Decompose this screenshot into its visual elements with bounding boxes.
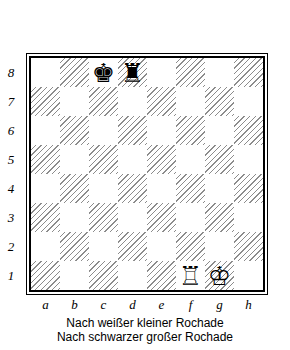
square-a3[interactable] [31,203,60,232]
square-h4[interactable] [234,174,263,203]
square-d8[interactable]: ♜ [118,58,147,87]
square-f7[interactable] [176,87,205,116]
square-b8[interactable] [60,58,89,87]
square-f6[interactable] [176,116,205,145]
board-border: ♚♜♖♔ [26,53,268,295]
square-d5[interactable] [118,145,147,174]
square-f1[interactable]: ♖ [176,261,205,290]
square-b6[interactable] [60,116,89,145]
square-c3[interactable] [89,203,118,232]
file-labels: abcdefgh [31,298,263,312]
square-d3[interactable] [118,203,147,232]
rank-label-5: 5 [0,145,22,174]
square-f8[interactable] [176,58,205,87]
square-b3[interactable] [60,203,89,232]
square-g1[interactable]: ♔ [205,261,234,290]
square-g7[interactable] [205,87,234,116]
square-a4[interactable] [31,174,60,203]
square-c8[interactable]: ♚ [89,58,118,87]
square-a1[interactable] [31,261,60,290]
file-label-f: f [176,298,205,312]
square-e4[interactable] [147,174,176,203]
square-f3[interactable] [176,203,205,232]
square-h1[interactable] [234,261,263,290]
square-e7[interactable] [147,87,176,116]
rank-label-3: 3 [0,203,22,232]
square-c2[interactable] [89,232,118,261]
square-f2[interactable] [176,232,205,261]
square-g6[interactable] [205,116,234,145]
caption-line-2: Nach schwarzer großer Rochade [0,330,290,344]
square-c5[interactable] [89,145,118,174]
file-label-c: c [89,298,118,312]
square-d4[interactable] [118,174,147,203]
file-label-b: b [60,298,89,312]
square-e8[interactable] [147,58,176,87]
black-rook-d8[interactable]: ♜ [118,58,147,87]
square-g5[interactable] [205,145,234,174]
square-a7[interactable] [31,87,60,116]
square-b2[interactable] [60,232,89,261]
square-b5[interactable] [60,145,89,174]
square-c6[interactable] [89,116,118,145]
square-d6[interactable] [118,116,147,145]
square-h3[interactable] [234,203,263,232]
square-h6[interactable] [234,116,263,145]
square-a6[interactable] [31,116,60,145]
white-king-g1[interactable]: ♔ [205,261,234,290]
square-d7[interactable] [118,87,147,116]
white-rook-f1[interactable]: ♖ [176,261,205,290]
rank-labels: 87654321 [0,58,22,290]
caption: Nach weißer kleiner Rochade Nach schwarz… [0,316,290,344]
board-grid: ♚♜♖♔ [31,58,263,290]
caption-line-1: Nach weißer kleiner Rochade [0,316,290,330]
rank-label-8: 8 [0,58,22,87]
square-f5[interactable] [176,145,205,174]
rank-label-1: 1 [0,261,22,290]
square-a8[interactable] [31,58,60,87]
chess-diagram-page: 87654321 ♚♜♖♔ abcdefgh Nach weißer klein… [0,0,290,350]
square-e6[interactable] [147,116,176,145]
square-d1[interactable] [118,261,147,290]
square-g3[interactable] [205,203,234,232]
square-c4[interactable] [89,174,118,203]
rank-label-4: 4 [0,174,22,203]
file-label-g: g [205,298,234,312]
rank-label-2: 2 [0,232,22,261]
square-e5[interactable] [147,145,176,174]
square-a2[interactable] [31,232,60,261]
square-b4[interactable] [60,174,89,203]
file-label-d: d [118,298,147,312]
board-inner-border: ♚♜♖♔ [29,56,265,292]
square-h7[interactable] [234,87,263,116]
square-c7[interactable] [89,87,118,116]
square-c1[interactable] [89,261,118,290]
square-b7[interactable] [60,87,89,116]
square-b1[interactable] [60,261,89,290]
file-label-h: h [234,298,263,312]
square-a5[interactable] [31,145,60,174]
square-g4[interactable] [205,174,234,203]
square-e3[interactable] [147,203,176,232]
rank-label-7: 7 [0,87,22,116]
square-h8[interactable] [234,58,263,87]
square-e1[interactable] [147,261,176,290]
file-label-a: a [31,298,60,312]
square-f4[interactable] [176,174,205,203]
file-label-e: e [147,298,176,312]
square-h5[interactable] [234,145,263,174]
black-king-c8[interactable]: ♚ [89,58,118,87]
square-g8[interactable] [205,58,234,87]
square-g2[interactable] [205,232,234,261]
square-h2[interactable] [234,232,263,261]
rank-label-6: 6 [0,116,22,145]
square-e2[interactable] [147,232,176,261]
square-d2[interactable] [118,232,147,261]
